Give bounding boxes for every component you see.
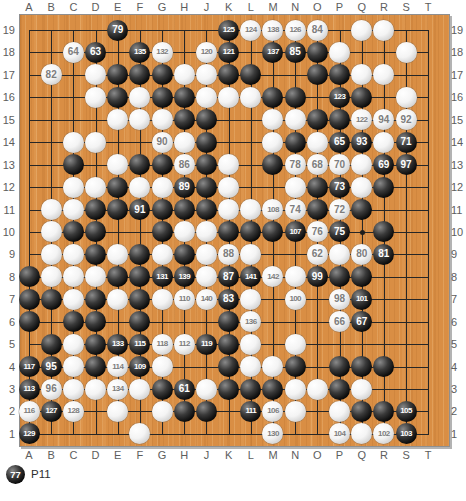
row-label-left-5: 5 <box>0 338 15 350</box>
col-label-bottom-R: R <box>376 449 392 461</box>
move-number: 79 <box>112 25 123 35</box>
stone-E9 <box>107 244 128 265</box>
move-number: 70 <box>334 160 345 170</box>
row-label-right-4: 4 <box>451 361 466 373</box>
stone-N3 <box>285 379 306 400</box>
col-label-bottom-C: C <box>65 449 81 461</box>
col-label-top-S: S <box>398 1 414 13</box>
stone-G10 <box>152 221 173 242</box>
move-number: 114 <box>112 363 123 371</box>
stone-D9 <box>85 244 106 265</box>
move-number: 139 <box>178 273 190 281</box>
move-number: 120 <box>201 48 213 56</box>
row-label-left-12: 12 <box>0 181 15 193</box>
move-number: 66 <box>334 317 345 327</box>
stone-P12: 73 <box>329 177 350 198</box>
move-number: 62 <box>312 249 323 259</box>
stone-P2 <box>329 401 350 422</box>
stone-A7 <box>19 289 40 310</box>
move-number: 88 <box>223 249 234 259</box>
stone-H14 <box>174 132 195 153</box>
stone-P16: 123 <box>329 87 350 108</box>
stone-J5: 119 <box>196 334 217 355</box>
col-label-top-G: G <box>154 1 170 13</box>
stone-G3 <box>152 379 173 400</box>
move-number: 65 <box>334 137 345 147</box>
stone-O11 <box>307 199 328 220</box>
stone-Q2 <box>351 401 372 422</box>
move-number: 103 <box>400 430 412 438</box>
move-number: 115 <box>134 340 145 348</box>
move-number: 134 <box>112 385 124 393</box>
stone-G17 <box>152 64 173 85</box>
caption: 77 P11 <box>6 464 51 484</box>
move-number: 98 <box>334 294 345 304</box>
move-number: 109 <box>134 363 146 371</box>
stone-S1: 103 <box>396 423 417 444</box>
stone-H15 <box>174 109 195 130</box>
row-label-right-10: 10 <box>451 226 466 238</box>
col-label-top-O: O <box>309 1 325 13</box>
stone-C11 <box>63 199 84 220</box>
col-label-top-F: F <box>132 1 148 13</box>
move-number: 110 <box>179 295 190 303</box>
stone-N19: 126 <box>285 20 306 41</box>
col-label-top-N: N <box>287 1 303 13</box>
stone-P18 <box>329 42 350 63</box>
stone-P14: 65 <box>329 132 350 153</box>
go-kifu-diagram: AA1919BB1818CC1717DD1616EE1515FF1414GG13… <box>0 0 466 501</box>
move-number: 87 <box>223 272 234 282</box>
move-number: 130 <box>267 430 279 438</box>
stone-E3: 134 <box>107 379 128 400</box>
move-number: 141 <box>245 273 257 281</box>
move-number: 91 <box>134 205 145 215</box>
row-label-left-1: 1 <box>0 428 15 440</box>
move-number: 118 <box>157 340 168 348</box>
col-label-top-J: J <box>198 1 214 13</box>
move-number: 117 <box>23 363 34 371</box>
stone-S13: 97 <box>396 154 417 175</box>
row-label-right-13: 13 <box>451 159 466 171</box>
stone-R14 <box>373 132 394 153</box>
move-number: 138 <box>267 26 279 34</box>
col-label-bottom-N: N <box>287 449 303 461</box>
stone-S15: 92 <box>396 109 417 130</box>
stone-C13 <box>63 154 84 175</box>
row-label-left-10: 10 <box>0 226 15 238</box>
stone-J13 <box>196 154 217 175</box>
caption-stone-77: 77 <box>6 465 25 484</box>
move-number: 106 <box>267 407 279 415</box>
row-label-right-8: 8 <box>451 271 466 283</box>
stone-E16 <box>107 87 128 108</box>
stone-G8: 131 <box>152 266 173 287</box>
stone-C2: 128 <box>63 401 84 422</box>
row-label-left-13: 13 <box>0 159 15 171</box>
stone-H5: 112 <box>174 334 195 355</box>
move-number: 95 <box>46 362 57 372</box>
stone-P3 <box>329 379 350 400</box>
move-number: 121 <box>223 48 235 56</box>
stone-C6 <box>63 311 84 332</box>
col-label-top-R: R <box>376 1 392 13</box>
col-label-bottom-S: S <box>398 449 414 461</box>
stone-F3 <box>129 379 150 400</box>
stone-G18: 132 <box>152 42 173 63</box>
row-label-right-18: 18 <box>451 46 466 58</box>
move-number: 126 <box>289 26 301 34</box>
col-label-top-E: E <box>110 1 126 13</box>
move-number: 76 <box>312 227 323 237</box>
stone-P11: 72 <box>329 199 350 220</box>
move-number: 72 <box>334 205 345 215</box>
stone-B4: 95 <box>41 356 62 377</box>
stone-P9 <box>329 244 350 265</box>
stone-A6 <box>19 311 40 332</box>
move-number: 83 <box>223 294 234 304</box>
stone-P7: 98 <box>329 289 350 310</box>
row-label-left-17: 17 <box>0 69 15 81</box>
col-label-top-L: L <box>243 1 259 13</box>
stone-O3 <box>307 379 328 400</box>
move-number: 82 <box>46 70 57 80</box>
stone-J12 <box>196 177 217 198</box>
stone-O18 <box>307 42 328 63</box>
stone-B9 <box>41 244 62 265</box>
move-number: 97 <box>400 160 411 170</box>
stone-K11 <box>218 199 239 220</box>
stone-N12 <box>285 177 306 198</box>
stone-G4 <box>152 356 173 377</box>
stone-L5 <box>240 334 261 355</box>
stone-F12 <box>129 177 150 198</box>
stone-N11: 74 <box>285 199 306 220</box>
stone-K18: 121 <box>218 42 239 63</box>
stone-O19: 84 <box>307 20 328 41</box>
stone-O9: 62 <box>307 244 328 265</box>
row-label-left-6: 6 <box>0 316 15 328</box>
row-label-left-3: 3 <box>0 383 15 395</box>
row-label-left-18: 18 <box>0 46 15 58</box>
stone-D12 <box>85 177 106 198</box>
stone-E19: 79 <box>107 20 128 41</box>
stone-H11 <box>174 199 195 220</box>
move-number: 102 <box>378 430 390 438</box>
stone-A2: 116 <box>19 401 40 422</box>
stone-N14 <box>285 132 306 153</box>
caption-point-label: P11 <box>31 468 51 480</box>
move-number: 92 <box>400 115 411 125</box>
row-label-right-12: 12 <box>451 181 466 193</box>
row-label-right-2: 2 <box>451 405 466 417</box>
stone-C4 <box>63 356 84 377</box>
move-number: 123 <box>334 93 346 101</box>
stone-R12 <box>373 177 394 198</box>
stone-B5 <box>41 334 62 355</box>
stone-D14 <box>85 132 106 153</box>
stone-P13: 70 <box>329 154 350 175</box>
stone-B8 <box>41 266 62 287</box>
stone-G2 <box>152 401 173 422</box>
row-label-left-8: 8 <box>0 271 15 283</box>
move-number: 135 <box>134 48 146 56</box>
stone-P4 <box>329 356 350 377</box>
move-number: 80 <box>356 249 367 259</box>
move-number: 63 <box>90 47 101 57</box>
col-label-top-P: P <box>332 1 348 13</box>
stone-K16 <box>218 87 239 108</box>
stone-K9: 88 <box>218 244 239 265</box>
stone-L16 <box>240 87 261 108</box>
row-label-right-17: 17 <box>451 69 466 81</box>
move-number: 107 <box>289 228 301 236</box>
move-number: 104 <box>334 430 346 438</box>
stone-C7 <box>63 289 84 310</box>
stone-G9 <box>152 244 173 265</box>
row-label-left-14: 14 <box>0 136 15 148</box>
stone-Q12 <box>351 177 372 198</box>
row-label-right-14: 14 <box>451 136 466 148</box>
stone-D7 <box>85 289 106 310</box>
row-label-right-5: 5 <box>451 338 466 350</box>
move-number: 71 <box>400 137 411 147</box>
move-number: 122 <box>356 116 368 124</box>
move-number: 69 <box>378 160 389 170</box>
stone-K19: 125 <box>218 20 239 41</box>
stone-H3: 61 <box>174 379 195 400</box>
col-label-top-M: M <box>265 1 281 13</box>
star-point-Q10 <box>360 230 365 235</box>
stone-S2: 105 <box>396 401 417 422</box>
stone-D3 <box>85 379 106 400</box>
row-label-right-1: 1 <box>451 428 466 440</box>
move-number: 84 <box>312 25 323 35</box>
row-label-right-7: 7 <box>451 293 466 305</box>
move-number: 78 <box>290 160 301 170</box>
stone-Q9: 80 <box>351 244 372 265</box>
stone-N15 <box>285 109 306 130</box>
stone-J7: 140 <box>196 289 217 310</box>
stone-N4 <box>285 356 306 377</box>
stone-D18: 63 <box>85 42 106 63</box>
row-label-left-7: 7 <box>0 293 15 305</box>
stone-L3 <box>240 379 261 400</box>
stone-C9 <box>63 244 84 265</box>
move-number: 101 <box>356 295 368 303</box>
stone-J9 <box>196 244 217 265</box>
move-number: 96 <box>46 384 57 394</box>
stone-A4: 117 <box>19 356 40 377</box>
stone-O14 <box>307 132 328 153</box>
stone-B7 <box>41 289 62 310</box>
row-label-right-9: 9 <box>451 248 466 260</box>
move-number: 142 <box>267 273 279 281</box>
row-label-right-19: 19 <box>451 24 466 36</box>
row-label-left-19: 19 <box>0 24 15 36</box>
stone-C12 <box>63 177 84 198</box>
stone-B2: 127 <box>41 401 62 422</box>
stone-D16 <box>85 87 106 108</box>
stone-B11 <box>41 199 62 220</box>
stone-C18: 64 <box>63 42 84 63</box>
stone-R19 <box>373 20 394 41</box>
move-number: 93 <box>356 137 367 147</box>
stone-S16 <box>396 87 417 108</box>
move-number: 112 <box>179 340 190 348</box>
move-number: 124 <box>245 26 257 34</box>
stone-G12 <box>152 177 173 198</box>
stone-H13: 86 <box>174 154 195 175</box>
stone-O15 <box>307 109 328 130</box>
col-label-bottom-Q: Q <box>354 449 370 461</box>
col-label-top-D: D <box>88 1 104 13</box>
col-label-bottom-P: P <box>332 449 348 461</box>
stone-N18: 85 <box>285 42 306 63</box>
row-label-right-11: 11 <box>451 204 466 216</box>
stone-N8 <box>285 266 306 287</box>
move-number: 75 <box>334 227 345 237</box>
col-label-top-Q: Q <box>354 1 370 13</box>
stone-H17 <box>174 64 195 85</box>
col-label-top-C: C <box>65 1 81 13</box>
move-number: 73 <box>334 182 345 192</box>
col-label-top-T: T <box>420 1 436 13</box>
move-number: 133 <box>112 340 124 348</box>
stone-J14 <box>196 132 217 153</box>
stone-N13: 78 <box>285 154 306 175</box>
stone-A1: 129 <box>19 423 40 444</box>
move-number: 99 <box>312 272 323 282</box>
stone-J16 <box>196 87 217 108</box>
col-label-bottom-H: H <box>176 449 192 461</box>
stone-A3: 113 <box>19 379 40 400</box>
row-label-left-15: 15 <box>0 114 15 126</box>
move-number: 86 <box>179 160 190 170</box>
stone-H12: 89 <box>174 177 195 198</box>
move-number: 108 <box>267 206 279 214</box>
col-label-top-A: A <box>21 1 37 13</box>
row-label-right-16: 16 <box>451 91 466 103</box>
stone-G15 <box>152 109 173 130</box>
stone-Q19 <box>351 20 372 41</box>
stone-C3 <box>63 379 84 400</box>
stone-E7 <box>107 289 128 310</box>
stone-B10 <box>41 221 62 242</box>
stone-G13 <box>152 154 173 175</box>
move-number: 132 <box>156 48 168 56</box>
stone-G14: 90 <box>152 132 173 153</box>
col-label-bottom-A: A <box>21 449 37 461</box>
stone-O12 <box>307 177 328 198</box>
stone-N10: 107 <box>285 221 306 242</box>
move-number: 113 <box>23 385 34 393</box>
move-number: 67 <box>356 317 367 327</box>
stone-H8: 139 <box>174 266 195 287</box>
stone-B3: 96 <box>41 379 62 400</box>
row-label-right-3: 3 <box>451 383 466 395</box>
stone-M3 <box>262 379 283 400</box>
col-label-bottom-O: O <box>309 449 325 461</box>
move-number: 64 <box>68 47 79 57</box>
col-label-bottom-K: K <box>221 449 237 461</box>
stone-K3 <box>218 379 239 400</box>
move-number: 68 <box>312 160 323 170</box>
stone-Q7: 101 <box>351 289 372 310</box>
stone-K5 <box>218 334 239 355</box>
move-number: 116 <box>23 407 34 415</box>
move-number: 85 <box>290 47 301 57</box>
stone-N7: 100 <box>285 289 306 310</box>
row-label-right-15: 15 <box>451 114 466 126</box>
col-label-bottom-F: F <box>132 449 148 461</box>
stone-N5 <box>285 334 306 355</box>
move-number: 140 <box>201 295 213 303</box>
row-label-left-2: 2 <box>0 405 15 417</box>
stone-C14 <box>63 132 84 153</box>
move-number: 90 <box>157 137 168 147</box>
move-number: 111 <box>245 407 256 415</box>
move-number: 100 <box>289 295 301 303</box>
col-label-bottom-B: B <box>43 449 59 461</box>
stone-F5: 115 <box>129 334 150 355</box>
move-number: 105 <box>400 407 412 415</box>
stone-G7 <box>152 289 173 310</box>
stone-E5: 133 <box>107 334 128 355</box>
move-number: 125 <box>223 26 235 34</box>
stone-G11 <box>152 199 173 220</box>
stone-G16 <box>152 87 173 108</box>
move-number: 74 <box>290 205 301 215</box>
stone-S14: 71 <box>396 132 417 153</box>
stone-L19: 124 <box>240 20 261 41</box>
stone-J2 <box>196 401 217 422</box>
stone-N16 <box>285 87 306 108</box>
stone-M19: 138 <box>262 20 283 41</box>
stone-K7: 83 <box>218 289 239 310</box>
move-number: 137 <box>267 48 279 56</box>
stone-H9 <box>174 244 195 265</box>
move-number: 128 <box>68 407 80 415</box>
move-number: 94 <box>378 115 389 125</box>
col-label-bottom-M: M <box>265 449 281 461</box>
move-number: 61 <box>179 384 190 394</box>
stone-H7: 110 <box>174 289 195 310</box>
move-number: 81 <box>378 249 389 259</box>
move-number: 136 <box>245 318 257 326</box>
move-number: 129 <box>23 430 35 438</box>
row-label-left-16: 16 <box>0 91 15 103</box>
row-label-left-9: 9 <box>0 248 15 260</box>
stone-Q16 <box>351 87 372 108</box>
stone-B17: 82 <box>41 64 62 85</box>
move-number: 89 <box>179 182 190 192</box>
stone-O13: 68 <box>307 154 328 175</box>
stone-E12 <box>107 177 128 198</box>
col-label-top-B: B <box>43 1 59 13</box>
row-label-right-6: 6 <box>451 316 466 328</box>
grid-line-vertical <box>428 30 429 435</box>
col-label-bottom-L: L <box>243 449 259 461</box>
move-number: 119 <box>201 340 212 348</box>
row-label-left-4: 4 <box>0 361 15 373</box>
stone-C5 <box>63 334 84 355</box>
stone-H16 <box>174 87 195 108</box>
row-label-left-11: 11 <box>0 204 15 216</box>
col-label-bottom-G: G <box>154 449 170 461</box>
col-label-bottom-E: E <box>110 449 126 461</box>
stone-D5 <box>85 334 106 355</box>
